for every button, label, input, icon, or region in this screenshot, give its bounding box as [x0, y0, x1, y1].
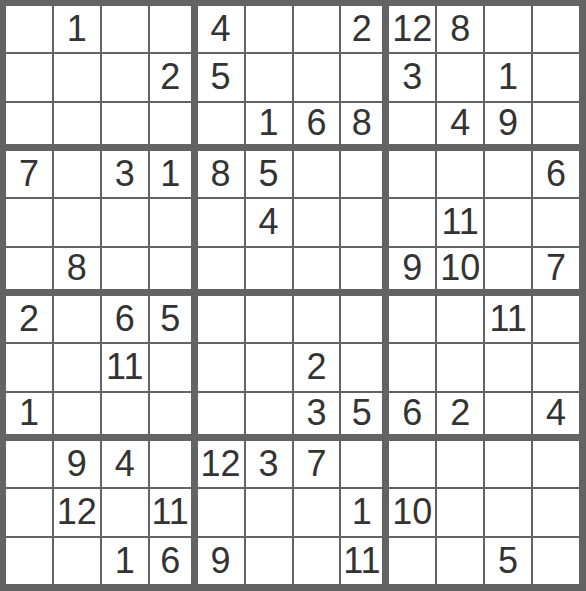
- cell-r4c6[interactable]: 5: [246, 151, 292, 197]
- cell-r5c10[interactable]: 11: [437, 199, 483, 245]
- cell-r12c1[interactable]: [6, 538, 52, 584]
- cell-r1c2[interactable]: 1: [54, 6, 100, 52]
- cell-r3c4[interactable]: [150, 103, 196, 149]
- cell-r11c1[interactable]: [6, 489, 52, 535]
- cell-r12c5[interactable]: 9: [198, 538, 244, 584]
- cell-r1c9[interactable]: 12: [389, 6, 435, 52]
- cell-r9c8[interactable]: 5: [341, 393, 387, 439]
- cell-r8c4[interactable]: [150, 344, 196, 390]
- cell-r4c11[interactable]: [485, 151, 531, 197]
- cell-r1c6[interactable]: [246, 6, 292, 52]
- cell-r12c9[interactable]: [389, 538, 435, 584]
- cell-r3c2[interactable]: [54, 103, 100, 149]
- cell-r2c11[interactable]: 1: [485, 54, 531, 100]
- cell-r2c1[interactable]: [6, 54, 52, 100]
- cell-r11c10[interactable]: [437, 489, 483, 535]
- cell-r9c10[interactable]: 2: [437, 393, 483, 439]
- cell-r1c10[interactable]: 8: [437, 6, 483, 52]
- cell-r7c1[interactable]: 2: [6, 296, 52, 342]
- cell-r8c5[interactable]: [198, 344, 244, 390]
- cell-r2c6[interactable]: [246, 54, 292, 100]
- cell-r12c12[interactable]: [533, 538, 579, 584]
- cell-r3c8[interactable]: 8: [341, 103, 387, 149]
- cell-r6c12[interactable]: 7: [533, 248, 579, 294]
- cell-r3c11[interactable]: 9: [485, 103, 531, 149]
- cell-r6c4[interactable]: [150, 248, 196, 294]
- cell-r4c3[interactable]: 3: [102, 151, 148, 197]
- cell-r5c8[interactable]: [341, 199, 387, 245]
- cell-r2c2[interactable]: [54, 54, 100, 100]
- cell-r6c6[interactable]: [246, 248, 292, 294]
- cell-r9c6[interactable]: [246, 393, 292, 439]
- cell-r11c12[interactable]: [533, 489, 579, 535]
- cell-r5c6[interactable]: 4: [246, 199, 292, 245]
- cell-r10c4[interactable]: [150, 441, 196, 487]
- cell-r11c5[interactable]: [198, 489, 244, 535]
- cell-r2c8[interactable]: [341, 54, 387, 100]
- cell-r3c1[interactable]: [6, 103, 52, 149]
- cell-r5c12[interactable]: [533, 199, 579, 245]
- cell-r7c4[interactable]: 5: [150, 296, 196, 342]
- cell-r10c3[interactable]: 4: [102, 441, 148, 487]
- cell-r9c7[interactable]: 3: [294, 393, 340, 439]
- cell-r5c2[interactable]: [54, 199, 100, 245]
- cell-r11c3[interactable]: [102, 489, 148, 535]
- cell-r7c10[interactable]: [437, 296, 483, 342]
- cell-r4c10[interactable]: [437, 151, 483, 197]
- cell-r10c5[interactable]: 12: [198, 441, 244, 487]
- cell-r2c4[interactable]: 2: [150, 54, 196, 100]
- cell-r12c4[interactable]: 6: [150, 538, 196, 584]
- cell-r11c9[interactable]: 10: [389, 489, 435, 535]
- cell-r9c1[interactable]: 1: [6, 393, 52, 439]
- cell-r1c11[interactable]: [485, 6, 531, 52]
- cell-r2c12[interactable]: [533, 54, 579, 100]
- cell-r12c10[interactable]: [437, 538, 483, 584]
- cell-r5c9[interactable]: [389, 199, 435, 245]
- cell-r11c7[interactable]: [294, 489, 340, 535]
- cell-r8c11[interactable]: [485, 344, 531, 390]
- cell-r4c2[interactable]: [54, 151, 100, 197]
- cell-r5c5[interactable]: [198, 199, 244, 245]
- cell-r2c10[interactable]: [437, 54, 483, 100]
- cell-r12c6[interactable]: [246, 538, 292, 584]
- cell-r10c6[interactable]: 3: [246, 441, 292, 487]
- cell-r3c6[interactable]: 1: [246, 103, 292, 149]
- cell-r3c3[interactable]: [102, 103, 148, 149]
- cell-r10c9[interactable]: [389, 441, 435, 487]
- cell-r7c11[interactable]: 11: [485, 296, 531, 342]
- cell-r8c7[interactable]: 2: [294, 344, 340, 390]
- cell-r6c9[interactable]: 9: [389, 248, 435, 294]
- cell-r1c5[interactable]: 4: [198, 6, 244, 52]
- cell-r8c6[interactable]: [246, 344, 292, 390]
- cell-r8c10[interactable]: [437, 344, 483, 390]
- cell-r11c2[interactable]: 12: [54, 489, 100, 535]
- cell-r6c1[interactable]: [6, 248, 52, 294]
- cell-r11c8[interactable]: 1: [341, 489, 387, 535]
- cell-r8c1[interactable]: [6, 344, 52, 390]
- cell-r6c3[interactable]: [102, 248, 148, 294]
- cell-r3c9[interactable]: [389, 103, 435, 149]
- cell-r12c3[interactable]: 1: [102, 538, 148, 584]
- cell-r4c7[interactable]: [294, 151, 340, 197]
- cell-r10c12[interactable]: [533, 441, 579, 487]
- cell-r12c7[interactable]: [294, 538, 340, 584]
- cell-r1c12[interactable]: [533, 6, 579, 52]
- cell-r11c4[interactable]: 11: [150, 489, 196, 535]
- cell-r1c8[interactable]: 2: [341, 6, 387, 52]
- cell-r9c2[interactable]: [54, 393, 100, 439]
- cell-r11c6[interactable]: [246, 489, 292, 535]
- cell-r6c7[interactable]: [294, 248, 340, 294]
- cell-r7c8[interactable]: [341, 296, 387, 342]
- cell-r12c2[interactable]: [54, 538, 100, 584]
- cell-r6c5[interactable]: [198, 248, 244, 294]
- cell-r8c8[interactable]: [341, 344, 387, 390]
- cell-r7c7[interactable]: [294, 296, 340, 342]
- cell-r10c8[interactable]: [341, 441, 387, 487]
- cell-r1c3[interactable]: [102, 6, 148, 52]
- cell-r7c12[interactable]: [533, 296, 579, 342]
- cell-r6c2[interactable]: 8: [54, 248, 100, 294]
- cell-r10c7[interactable]: 7: [294, 441, 340, 487]
- cell-r2c3[interactable]: [102, 54, 148, 100]
- cell-r9c11[interactable]: [485, 393, 531, 439]
- cell-r10c2[interactable]: 9: [54, 441, 100, 487]
- cell-r8c2[interactable]: [54, 344, 100, 390]
- cell-r3c5[interactable]: [198, 103, 244, 149]
- cell-r12c8[interactable]: 11: [341, 538, 387, 584]
- cell-r1c4[interactable]: [150, 6, 196, 52]
- cell-r9c12[interactable]: 4: [533, 393, 579, 439]
- cell-r5c4[interactable]: [150, 199, 196, 245]
- cell-r9c3[interactable]: [102, 393, 148, 439]
- cell-r4c1[interactable]: 7: [6, 151, 52, 197]
- cell-r1c7[interactable]: [294, 6, 340, 52]
- cell-r4c12[interactable]: 6: [533, 151, 579, 197]
- cell-r2c5[interactable]: 5: [198, 54, 244, 100]
- cell-r2c9[interactable]: 3: [389, 54, 435, 100]
- cell-r7c6[interactable]: [246, 296, 292, 342]
- cell-r5c7[interactable]: [294, 199, 340, 245]
- cell-r4c5[interactable]: 8: [198, 151, 244, 197]
- cell-r6c10[interactable]: 10: [437, 248, 483, 294]
- cell-r4c8[interactable]: [341, 151, 387, 197]
- cell-r9c9[interactable]: 6: [389, 393, 435, 439]
- cell-r4c9[interactable]: [389, 151, 435, 197]
- cell-r10c11[interactable]: [485, 441, 531, 487]
- cell-r9c4[interactable]: [150, 393, 196, 439]
- cell-r9c5[interactable]: [198, 393, 244, 439]
- cell-r5c1[interactable]: [6, 199, 52, 245]
- cell-r8c12[interactable]: [533, 344, 579, 390]
- cell-r5c3[interactable]: [102, 199, 148, 245]
- cell-r7c9[interactable]: [389, 296, 435, 342]
- cell-r10c10[interactable]: [437, 441, 483, 487]
- cell-r7c3[interactable]: 6: [102, 296, 148, 342]
- cell-r8c3[interactable]: 11: [102, 344, 148, 390]
- cell-r3c7[interactable]: 6: [294, 103, 340, 149]
- cell-r8c9[interactable]: [389, 344, 435, 390]
- cell-r3c10[interactable]: 4: [437, 103, 483, 149]
- cell-r10c1[interactable]: [6, 441, 52, 487]
- cell-r6c8[interactable]: [341, 248, 387, 294]
- cell-r7c2[interactable]: [54, 296, 100, 342]
- cell-r6c11[interactable]: [485, 248, 531, 294]
- sudoku-board: 1421282531168497318564118910726511112135…: [0, 0, 586, 591]
- cell-r4c4[interactable]: 1: [150, 151, 196, 197]
- cell-r1c1[interactable]: [6, 6, 52, 52]
- cell-r2c7[interactable]: [294, 54, 340, 100]
- cell-r3c12[interactable]: [533, 103, 579, 149]
- cell-r5c11[interactable]: [485, 199, 531, 245]
- cell-r12c11[interactable]: 5: [485, 538, 531, 584]
- cell-r7c5[interactable]: [198, 296, 244, 342]
- cell-r11c11[interactable]: [485, 489, 531, 535]
